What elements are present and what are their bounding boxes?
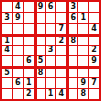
cell-r5c1-given: 4 — [2, 46, 12, 56]
cell-r9c4-empty[interactable] — [35, 89, 45, 99]
cell-r1c7-given: 3 — [67, 2, 77, 12]
cell-r5c7-empty[interactable] — [67, 46, 77, 56]
cell-r9c5-given: 1 — [46, 89, 56, 99]
cell-r4c8-empty[interactable] — [78, 35, 88, 45]
cell-r5c2-empty[interactable] — [13, 46, 23, 56]
cell-r3c1-empty[interactable] — [2, 24, 12, 34]
cell-r7c1-given: 5 — [2, 67, 12, 77]
cell-r8c5-empty[interactable] — [46, 78, 56, 88]
cell-r3c8-empty[interactable] — [78, 24, 88, 34]
cell-r6c2-empty[interactable] — [13, 56, 23, 66]
cell-r5c9-given: 2 — [89, 46, 99, 56]
cell-r2c8-given: 1 — [78, 13, 88, 23]
cell-r1c1-empty[interactable] — [2, 2, 12, 12]
cell-r3c6-given: 7 — [56, 24, 66, 34]
cell-r2c7-given: 6 — [67, 13, 77, 23]
cell-r1c8-empty[interactable] — [78, 2, 88, 12]
cell-r9c1-empty[interactable] — [2, 89, 12, 99]
cell-r3c3-empty[interactable] — [24, 24, 34, 34]
cell-r8c6-empty[interactable] — [56, 78, 66, 88]
cell-r8c1-empty[interactable] — [2, 78, 12, 88]
cell-r3c7-empty[interactable] — [67, 24, 77, 34]
cell-r7c6-empty[interactable] — [56, 67, 66, 77]
cell-r9c7-empty[interactable] — [67, 89, 77, 99]
cell-r6c8-empty[interactable] — [78, 56, 88, 66]
cell-r9c6-given: 4 — [56, 89, 66, 99]
cell-r6c6-empty[interactable] — [56, 56, 66, 66]
cell-r2c9-empty[interactable] — [89, 13, 99, 23]
cell-r7c2-empty[interactable] — [13, 67, 23, 77]
sudoku-board: 49633961741284326595861972148 — [0, 0, 101, 101]
cell-r7c7-empty[interactable] — [67, 67, 77, 77]
cell-r9c8-given: 8 — [78, 89, 88, 99]
cell-r3c5-empty[interactable] — [46, 24, 56, 34]
cell-r6c3-given: 6 — [24, 56, 34, 66]
cell-r4c4-empty[interactable] — [35, 35, 45, 45]
cell-r2c1-given: 3 — [2, 13, 12, 23]
cell-r2c2-given: 9 — [13, 13, 23, 23]
cell-r3c9-given: 4 — [89, 24, 99, 34]
cell-r9c3-given: 2 — [24, 89, 34, 99]
cell-r8c9-given: 7 — [89, 78, 99, 88]
cell-r4c3-empty[interactable] — [24, 35, 34, 45]
cell-r9c2-empty[interactable] — [13, 89, 23, 99]
cell-r8c3-given: 1 — [24, 78, 34, 88]
cell-r5c5-given: 3 — [46, 46, 56, 56]
cell-r8c4-empty[interactable] — [35, 78, 45, 88]
cell-r1c5-given: 6 — [46, 2, 56, 12]
cell-r8c8-given: 9 — [78, 78, 88, 88]
cell-r8c7-empty[interactable] — [67, 78, 77, 88]
cell-r2c6-empty[interactable] — [56, 13, 66, 23]
cell-r2c4-empty[interactable] — [35, 13, 45, 23]
cell-r6c7-empty[interactable] — [67, 56, 77, 66]
cell-r2c5-empty[interactable] — [46, 13, 56, 23]
cell-r4c1-given: 1 — [2, 35, 12, 45]
cell-r7c9-empty[interactable] — [89, 67, 99, 77]
cell-r7c4-given: 8 — [35, 67, 45, 77]
cell-r1c3-empty[interactable] — [24, 2, 34, 12]
cell-r7c5-empty[interactable] — [46, 67, 56, 77]
cell-r4c9-empty[interactable] — [89, 35, 99, 45]
cell-r9c9-empty[interactable] — [89, 89, 99, 99]
cell-r4c5-empty[interactable] — [46, 35, 56, 45]
cell-r5c6-empty[interactable] — [56, 46, 66, 56]
cell-r3c4-empty[interactable] — [35, 24, 45, 34]
cell-r4c7-given: 8 — [67, 35, 77, 45]
cell-r6c5-empty[interactable] — [46, 56, 56, 66]
cell-r8c2-given: 6 — [13, 78, 23, 88]
cell-r5c4-empty[interactable] — [35, 46, 45, 56]
cell-r7c3-empty[interactable] — [24, 67, 34, 77]
cell-r2c3-empty[interactable] — [24, 13, 34, 23]
cell-r6c1-empty[interactable] — [2, 56, 12, 66]
cell-r6c9-given: 9 — [89, 56, 99, 66]
cell-r5c8-empty[interactable] — [78, 46, 88, 56]
cell-r4c2-empty[interactable] — [13, 35, 23, 45]
cell-r1c9-empty[interactable] — [89, 2, 99, 12]
cell-r3c2-empty[interactable] — [13, 24, 23, 34]
cell-r1c4-given: 9 — [35, 2, 45, 12]
cell-r4c6-given: 2 — [56, 35, 66, 45]
cell-r6c4-given: 5 — [35, 56, 45, 66]
cell-r5c3-empty[interactable] — [24, 46, 34, 56]
cell-r1c2-given: 4 — [13, 2, 23, 12]
cell-r1c6-empty[interactable] — [56, 2, 66, 12]
cell-r7c8-empty[interactable] — [78, 67, 88, 77]
